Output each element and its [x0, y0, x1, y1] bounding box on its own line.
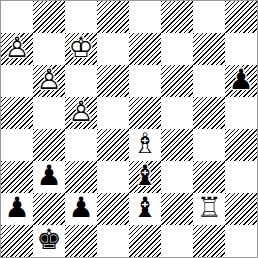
square-f6[interactable]: [161, 65, 193, 97]
square-h6[interactable]: ♟: [225, 65, 257, 97]
square-f7[interactable]: [161, 33, 193, 65]
square-g6[interactable]: [193, 65, 225, 97]
square-f4[interactable]: [161, 129, 193, 161]
white-bishop-glyph: ♝: [129, 128, 161, 160]
square-a7[interactable]: ♟♙: [1, 33, 33, 65]
white-rook-outline: ♖: [193, 192, 225, 224]
white-rook-glyph: ♜: [193, 192, 225, 224]
chess-board: ♟♙♚♔♟♙♟♟♙♝♗♟♝♟♟♝♜♖♚: [1, 1, 257, 257]
square-a8[interactable]: [1, 1, 33, 33]
piece-black-pawn: ♟: [65, 193, 97, 225]
square-d5[interactable]: [97, 97, 129, 129]
square-g5[interactable]: [193, 97, 225, 129]
piece-white-pawn: ♟♙: [65, 97, 97, 129]
square-h8[interactable]: [225, 1, 257, 33]
piece-white-pawn: ♟♙: [33, 65, 65, 97]
square-c7[interactable]: ♚♔: [65, 33, 97, 65]
square-f8[interactable]: [161, 1, 193, 33]
board-frame: ♟♙♚♔♟♙♟♟♙♝♗♟♝♟♟♝♜♖♚: [0, 0, 258, 258]
black-bishop-glyph: ♝: [129, 160, 161, 192]
piece-white-bishop: ♝♗: [129, 129, 161, 161]
square-b8[interactable]: [33, 1, 65, 33]
white-pawn-outline: ♙: [1, 32, 33, 64]
white-pawn-outline: ♙: [65, 96, 97, 128]
piece-white-king: ♚♔: [65, 33, 97, 65]
black-pawn-glyph: ♟: [33, 160, 65, 192]
square-h7[interactable]: [225, 33, 257, 65]
black-pawn-glyph: ♟: [225, 64, 257, 96]
square-a3[interactable]: [1, 161, 33, 193]
square-f1[interactable]: [161, 225, 193, 257]
white-pawn-outline: ♙: [33, 64, 65, 96]
square-b6[interactable]: ♟♙: [33, 65, 65, 97]
square-h4[interactable]: [225, 129, 257, 161]
square-e2[interactable]: ♝: [129, 193, 161, 225]
white-king-glyph: ♚: [65, 32, 97, 64]
square-g1[interactable]: [193, 225, 225, 257]
square-h1[interactable]: [225, 225, 257, 257]
square-c4[interactable]: [65, 129, 97, 161]
square-h2[interactable]: [225, 193, 257, 225]
square-h5[interactable]: [225, 97, 257, 129]
square-c5[interactable]: ♟♙: [65, 97, 97, 129]
black-king-glyph: ♚: [33, 224, 65, 256]
square-e5[interactable]: [129, 97, 161, 129]
square-g2[interactable]: ♜♖: [193, 193, 225, 225]
square-d3[interactable]: [97, 161, 129, 193]
piece-white-pawn: ♟♙: [1, 33, 33, 65]
piece-black-pawn: ♟: [225, 65, 257, 97]
square-f3[interactable]: [161, 161, 193, 193]
white-pawn-glyph: ♟: [65, 96, 97, 128]
square-b2[interactable]: [33, 193, 65, 225]
square-g7[interactable]: [193, 33, 225, 65]
square-g4[interactable]: [193, 129, 225, 161]
square-d1[interactable]: [97, 225, 129, 257]
square-b4[interactable]: [33, 129, 65, 161]
square-g3[interactable]: [193, 161, 225, 193]
white-pawn-glyph: ♟: [1, 32, 33, 64]
square-f5[interactable]: [161, 97, 193, 129]
white-pawn-glyph: ♟: [33, 64, 65, 96]
square-d4[interactable]: [97, 129, 129, 161]
square-b1[interactable]: ♚: [33, 225, 65, 257]
square-a5[interactable]: [1, 97, 33, 129]
piece-black-king: ♚: [33, 225, 65, 257]
square-c3[interactable]: [65, 161, 97, 193]
piece-black-bishop: ♝: [129, 193, 161, 225]
white-bishop-outline: ♗: [129, 128, 161, 160]
square-e6[interactable]: [129, 65, 161, 97]
black-pawn-glyph: ♟: [65, 192, 97, 224]
piece-white-rook: ♜♖: [193, 193, 225, 225]
piece-black-pawn: ♟: [1, 193, 33, 225]
piece-black-pawn: ♟: [33, 161, 65, 193]
square-a6[interactable]: [1, 65, 33, 97]
square-e4[interactable]: ♝♗: [129, 129, 161, 161]
square-g8[interactable]: [193, 1, 225, 33]
square-c8[interactable]: [65, 1, 97, 33]
square-a4[interactable]: [1, 129, 33, 161]
black-pawn-glyph: ♟: [1, 192, 33, 224]
square-e3[interactable]: ♝: [129, 161, 161, 193]
square-e7[interactable]: [129, 33, 161, 65]
white-king-outline: ♔: [65, 32, 97, 64]
square-a1[interactable]: [1, 225, 33, 257]
square-f2[interactable]: [161, 193, 193, 225]
square-e8[interactable]: [129, 1, 161, 33]
square-d2[interactable]: [97, 193, 129, 225]
square-h3[interactable]: [225, 161, 257, 193]
square-e1[interactable]: [129, 225, 161, 257]
square-d8[interactable]: [97, 1, 129, 33]
square-b7[interactable]: [33, 33, 65, 65]
square-a2[interactable]: ♟: [1, 193, 33, 225]
square-c1[interactable]: [65, 225, 97, 257]
square-c2[interactable]: ♟: [65, 193, 97, 225]
black-bishop-glyph: ♝: [129, 192, 161, 224]
square-c6[interactable]: [65, 65, 97, 97]
square-b5[interactable]: [33, 97, 65, 129]
square-d6[interactable]: [97, 65, 129, 97]
square-b3[interactable]: ♟: [33, 161, 65, 193]
square-d7[interactable]: [97, 33, 129, 65]
piece-black-bishop: ♝: [129, 161, 161, 193]
